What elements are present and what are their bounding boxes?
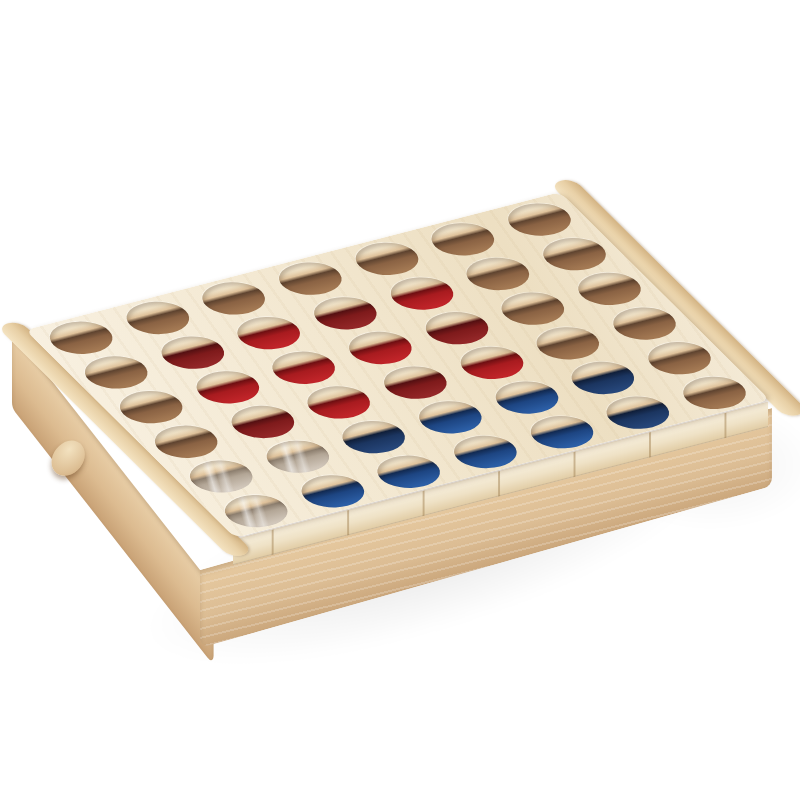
hole-r4c2-red-disc (220, 400, 305, 443)
hole-r5c1-bag (178, 455, 263, 498)
hole-r1c4-empty (268, 257, 353, 300)
product-photo-stage (0, 0, 800, 800)
hole-r2c4-red-disc (303, 291, 388, 334)
hole-r4c4-red-disc (373, 361, 458, 404)
hole-r4c6-empty (526, 321, 611, 364)
hole-r3c3-red-disc (261, 346, 346, 389)
hole-r1c6-empty (421, 217, 506, 260)
hole-r5c5-blue-disc (484, 376, 569, 419)
hole-r2c6-empty (456, 252, 541, 295)
hole-r3c6-empty (491, 287, 576, 330)
hole-r3c5-red-disc (414, 306, 499, 349)
hole-r3c1-empty (108, 385, 193, 428)
hole-r2c2-red-disc (150, 331, 235, 374)
hole-r2c5-red-disc (379, 272, 464, 315)
hole-r2c3-red-disc (226, 311, 311, 354)
hole-r5c6-blue-disc (561, 356, 646, 399)
hole-r1c1-empty (38, 316, 123, 359)
hole-r3c2-red-disc (185, 365, 270, 408)
hole-r2c1-empty (73, 351, 158, 394)
hole-r5c4-blue-disc (408, 395, 493, 438)
hole-r3c4-red-disc (338, 326, 423, 369)
hole-r3c7-empty (567, 267, 652, 310)
hole-r4c5-red-disc (449, 341, 534, 384)
hole-r1c2-empty (115, 296, 200, 339)
hole-r5c7-empty (637, 336, 722, 379)
hole-r4c1-empty (143, 420, 228, 463)
hole-r1c3-empty (191, 276, 276, 319)
hole-r4c7-empty (602, 302, 687, 345)
hole-r1c7-empty (497, 198, 582, 241)
hole-r4c3-red-disc (296, 380, 381, 423)
hole-r1c5-empty (344, 237, 429, 280)
hole-r2c7-empty (532, 232, 617, 275)
hole-r5c2-bag (255, 435, 340, 478)
hole-r5c3-blue-disc (331, 415, 416, 458)
